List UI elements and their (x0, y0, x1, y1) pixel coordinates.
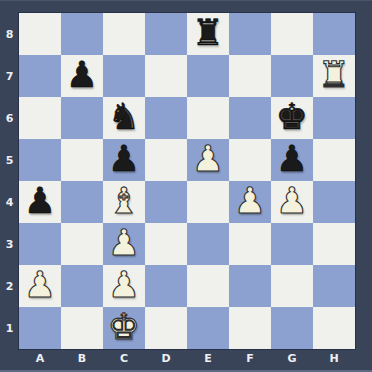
square-f1[interactable] (229, 307, 271, 349)
square-c2[interactable]: ♟ (103, 265, 145, 307)
square-c1[interactable]: ♚ (103, 307, 145, 349)
square-e3[interactable] (187, 223, 229, 265)
square-d4[interactable] (145, 181, 187, 223)
rank-label-6: 6 (0, 97, 19, 139)
piece-white-rook[interactable]: ♜ (318, 57, 350, 93)
square-h7[interactable]: ♜ (313, 55, 355, 97)
square-h1[interactable] (313, 307, 355, 349)
chess-diagram: { "game": "chess", "position": { "fen_pi… (0, 0, 372, 372)
square-b6[interactable] (61, 97, 103, 139)
piece-black-pawn[interactable]: ♟ (276, 141, 308, 177)
square-g3[interactable] (271, 223, 313, 265)
square-b8[interactable] (61, 13, 103, 55)
square-c4[interactable]: ♝ (103, 181, 145, 223)
square-a4[interactable]: ♟ (19, 181, 61, 223)
piece-black-pawn[interactable]: ♟ (108, 141, 140, 177)
piece-white-pawn[interactable]: ♟ (276, 183, 308, 219)
frame-top-highlight (0, 0, 372, 1)
square-e7[interactable] (187, 55, 229, 97)
piece-black-king[interactable]: ♚ (276, 99, 308, 135)
file-label-b: B (61, 350, 103, 366)
square-g2[interactable] (271, 265, 313, 307)
square-h5[interactable] (313, 139, 355, 181)
square-e8[interactable]: ♜ (187, 13, 229, 55)
square-d2[interactable] (145, 265, 187, 307)
square-b2[interactable] (61, 265, 103, 307)
square-f4[interactable]: ♟ (229, 181, 271, 223)
file-label-f: F (229, 350, 271, 366)
file-label-e: E (187, 350, 229, 366)
square-d8[interactable] (145, 13, 187, 55)
square-c8[interactable] (103, 13, 145, 55)
square-f5[interactable] (229, 139, 271, 181)
chess-board: ♜♟♜♞♚♟♟♟♟♝♟♟♟♟♟♚ (19, 13, 355, 349)
square-d7[interactable] (145, 55, 187, 97)
square-e4[interactable] (187, 181, 229, 223)
square-g5[interactable]: ♟ (271, 139, 313, 181)
square-b5[interactable] (61, 139, 103, 181)
square-c5[interactable]: ♟ (103, 139, 145, 181)
square-e1[interactable] (187, 307, 229, 349)
square-d1[interactable] (145, 307, 187, 349)
square-d3[interactable] (145, 223, 187, 265)
piece-white-king[interactable]: ♚ (108, 309, 140, 345)
square-a3[interactable] (19, 223, 61, 265)
file-label-d: D (145, 350, 187, 366)
piece-black-knight[interactable]: ♞ (108, 99, 140, 135)
square-b3[interactable] (61, 223, 103, 265)
square-a8[interactable] (19, 13, 61, 55)
square-g1[interactable] (271, 307, 313, 349)
square-f8[interactable] (229, 13, 271, 55)
file-label-h: H (313, 350, 355, 366)
rank-label-8: 8 (0, 13, 19, 55)
square-h6[interactable] (313, 97, 355, 139)
piece-black-pawn[interactable]: ♟ (66, 57, 98, 93)
file-label-a: A (19, 350, 61, 366)
piece-white-pawn[interactable]: ♟ (234, 183, 266, 219)
square-c7[interactable] (103, 55, 145, 97)
square-e2[interactable] (187, 265, 229, 307)
square-f3[interactable] (229, 223, 271, 265)
file-label-g: G (271, 350, 313, 366)
square-h2[interactable] (313, 265, 355, 307)
square-f6[interactable] (229, 97, 271, 139)
square-c3[interactable]: ♟ (103, 223, 145, 265)
piece-white-pawn[interactable]: ♟ (108, 225, 140, 261)
rank-labels: 87654321 (0, 13, 19, 349)
square-a1[interactable] (19, 307, 61, 349)
square-g6[interactable]: ♚ (271, 97, 313, 139)
square-f7[interactable] (229, 55, 271, 97)
square-g8[interactable] (271, 13, 313, 55)
square-h4[interactable] (313, 181, 355, 223)
square-b1[interactable] (61, 307, 103, 349)
piece-white-bishop[interactable]: ♝ (108, 183, 140, 219)
rank-label-4: 4 (0, 181, 19, 223)
file-label-c: C (103, 350, 145, 366)
piece-white-pawn[interactable]: ♟ (192, 141, 224, 177)
square-d6[interactable] (145, 97, 187, 139)
rank-label-3: 3 (0, 223, 19, 265)
square-c6[interactable]: ♞ (103, 97, 145, 139)
piece-black-pawn[interactable]: ♟ (24, 183, 56, 219)
square-b4[interactable] (61, 181, 103, 223)
piece-black-rook[interactable]: ♜ (192, 15, 224, 51)
rank-label-1: 1 (0, 307, 19, 349)
rank-label-2: 2 (0, 265, 19, 307)
square-h8[interactable] (313, 13, 355, 55)
rank-label-5: 5 (0, 139, 19, 181)
square-g7[interactable] (271, 55, 313, 97)
square-a6[interactable] (19, 97, 61, 139)
piece-white-pawn[interactable]: ♟ (108, 267, 140, 303)
square-a2[interactable]: ♟ (19, 265, 61, 307)
square-e5[interactable]: ♟ (187, 139, 229, 181)
square-e6[interactable] (187, 97, 229, 139)
rank-label-7: 7 (0, 55, 19, 97)
square-a5[interactable] (19, 139, 61, 181)
file-labels: ABCDEFGH (19, 350, 355, 366)
square-b7[interactable]: ♟ (61, 55, 103, 97)
square-h3[interactable] (313, 223, 355, 265)
square-g4[interactable]: ♟ (271, 181, 313, 223)
piece-white-pawn[interactable]: ♟ (24, 267, 56, 303)
square-d5[interactable] (145, 139, 187, 181)
square-f2[interactable] (229, 265, 271, 307)
square-a7[interactable] (19, 55, 61, 97)
